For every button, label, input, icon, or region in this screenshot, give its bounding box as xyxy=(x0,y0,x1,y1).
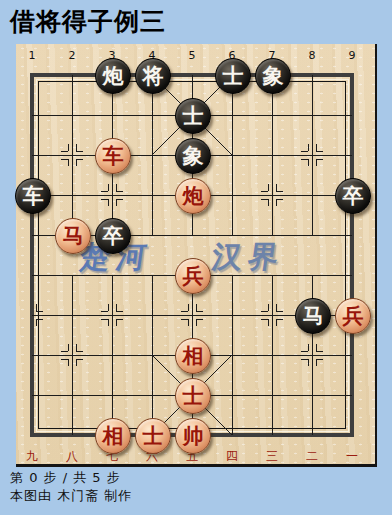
file-label-top: 1 xyxy=(22,49,42,62)
file-label-top: 2 xyxy=(62,49,82,62)
piece-red-elephant[interactable]: 相 xyxy=(95,418,131,454)
move-status: 第 0 步 / 共 5 步 xyxy=(10,469,121,487)
file-label-top: 9 xyxy=(342,49,362,62)
piece-red-pawn[interactable]: 兵 xyxy=(335,298,371,334)
piece-red-general[interactable]: 帅 xyxy=(175,418,211,454)
piece-black-horse[interactable]: 马 xyxy=(295,298,331,334)
credit-text: 本图由 木门斋 制作 xyxy=(10,487,132,505)
file-label-top: 5 xyxy=(182,49,202,62)
piece-red-horse[interactable]: 马 xyxy=(55,218,91,254)
river-text-right: 汉界 xyxy=(209,237,287,278)
piece-black-pawn[interactable]: 卒 xyxy=(335,178,371,214)
piece-black-advisor[interactable]: 士 xyxy=(175,98,211,134)
piece-black-elephant[interactable]: 象 xyxy=(175,138,211,174)
file-label-bottom: 一 xyxy=(342,448,362,465)
piece-red-chariot[interactable]: 车 xyxy=(95,138,131,174)
piece-black-advisor[interactable]: 士 xyxy=(215,58,251,94)
piece-red-elephant[interactable]: 相 xyxy=(175,338,211,374)
piece-red-pawn[interactable]: 兵 xyxy=(175,258,211,294)
file-label-bottom: 八 xyxy=(62,448,82,465)
piece-red-cannon[interactable]: 炮 xyxy=(175,178,211,214)
piece-black-cannon[interactable]: 炮 xyxy=(95,58,131,94)
piece-red-advisor[interactable]: 士 xyxy=(175,378,211,414)
xiangqi-board[interactable]: 123456789 九八七六五四三二一 楚河 汉界 炮将士象士象车卒卒马车炮马兵… xyxy=(16,44,377,467)
file-label-bottom: 九 xyxy=(22,448,42,465)
file-label-bottom: 三 xyxy=(262,448,282,465)
page-title: 借将得子例三 xyxy=(10,5,166,38)
piece-black-pawn[interactable]: 卒 xyxy=(95,218,131,254)
piece-black-general[interactable]: 将 xyxy=(135,58,171,94)
file-label-top: 8 xyxy=(302,49,322,62)
piece-black-chariot[interactable]: 车 xyxy=(15,178,51,214)
file-label-bottom: 二 xyxy=(302,448,322,465)
file-label-bottom: 四 xyxy=(222,448,242,465)
piece-black-elephant[interactable]: 象 xyxy=(255,58,291,94)
piece-red-advisor[interactable]: 士 xyxy=(135,418,171,454)
